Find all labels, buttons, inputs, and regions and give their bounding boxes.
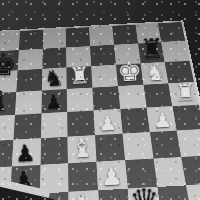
piece-white-rook-h5: ♜ [174, 80, 197, 105]
piece-black-pawn-c5: ♟ [44, 92, 63, 113]
square-h5: ♜ [169, 82, 199, 106]
square-h4 [173, 105, 200, 131]
square-e5 [92, 86, 120, 110]
square-c6: ♞ [42, 68, 67, 91]
square-c8 [42, 29, 66, 49]
square-e6 [91, 65, 118, 88]
square-h3 [177, 129, 200, 157]
square-e8 [89, 26, 114, 46]
square-f5 [118, 85, 146, 109]
square-c5: ♟ [41, 89, 67, 113]
square-f6: ♚ [116, 63, 143, 86]
piece-white-rook-d6: ♜ [68, 64, 90, 88]
chess-board: ♜♞♜♚♞♚♟♜♟♟♟♝♟♟♞♛ [0, 20, 200, 200]
square-b6 [16, 69, 42, 92]
square-h1 [186, 184, 200, 200]
square-a5: ♚ [0, 92, 16, 117]
black-captured-piece-offboard: ♚ [0, 50, 17, 80]
square-g4: ♟ [146, 106, 177, 132]
square-d8 [66, 27, 90, 47]
piece-white-bishop-d3: ♝ [69, 134, 94, 162]
square-b8 [19, 30, 43, 50]
piece-white-pawn-e2: ♟ [100, 163, 124, 189]
square-g6: ♞ [140, 62, 168, 85]
square-a4 [0, 115, 15, 141]
square-e2: ♟ [97, 160, 128, 190]
piece-white-pawn-e4: ♟ [98, 113, 117, 134]
square-d3: ♝ [68, 135, 97, 163]
square-e7 [90, 45, 116, 66]
square-f8 [112, 25, 138, 45]
square-e1 [98, 189, 130, 200]
square-c3 [40, 137, 68, 165]
square-f3 [122, 132, 153, 160]
piece-black-queen-f1: ♛ [129, 183, 161, 200]
square-a3 [0, 140, 13, 168]
square-f4 [120, 108, 150, 134]
square-b5 [15, 90, 42, 115]
piece-white-knight-g6: ♞ [145, 61, 166, 84]
piece-white-knight-d1: ♞ [69, 190, 98, 200]
piece-black-pawn-b3: ♟ [14, 141, 36, 165]
piece-black-king-a5: ♚ [0, 86, 14, 116]
square-e3 [95, 134, 125, 162]
square-g5 [143, 83, 172, 107]
square-d5 [67, 88, 94, 112]
square-h7 [161, 41, 189, 62]
square-d1: ♞ [69, 190, 100, 200]
square-c4 [41, 112, 68, 138]
chessboard-photo: ♜♞♜♚♞♚♟♜♟♟♟♝♟♟♞♛ ♚ [0, 0, 200, 200]
piece-white-king-f6: ♚ [117, 57, 143, 86]
square-b4 [13, 114, 41, 140]
piece-black-knight-c6: ♞ [43, 66, 64, 89]
square-e4: ♟ [94, 109, 123, 135]
piece-white-pawn-g4: ♟ [153, 110, 172, 131]
square-b3: ♟ [12, 138, 41, 166]
square-f1: ♛ [128, 187, 162, 200]
square-d6: ♜ [67, 66, 93, 89]
square-b7 [17, 49, 42, 71]
